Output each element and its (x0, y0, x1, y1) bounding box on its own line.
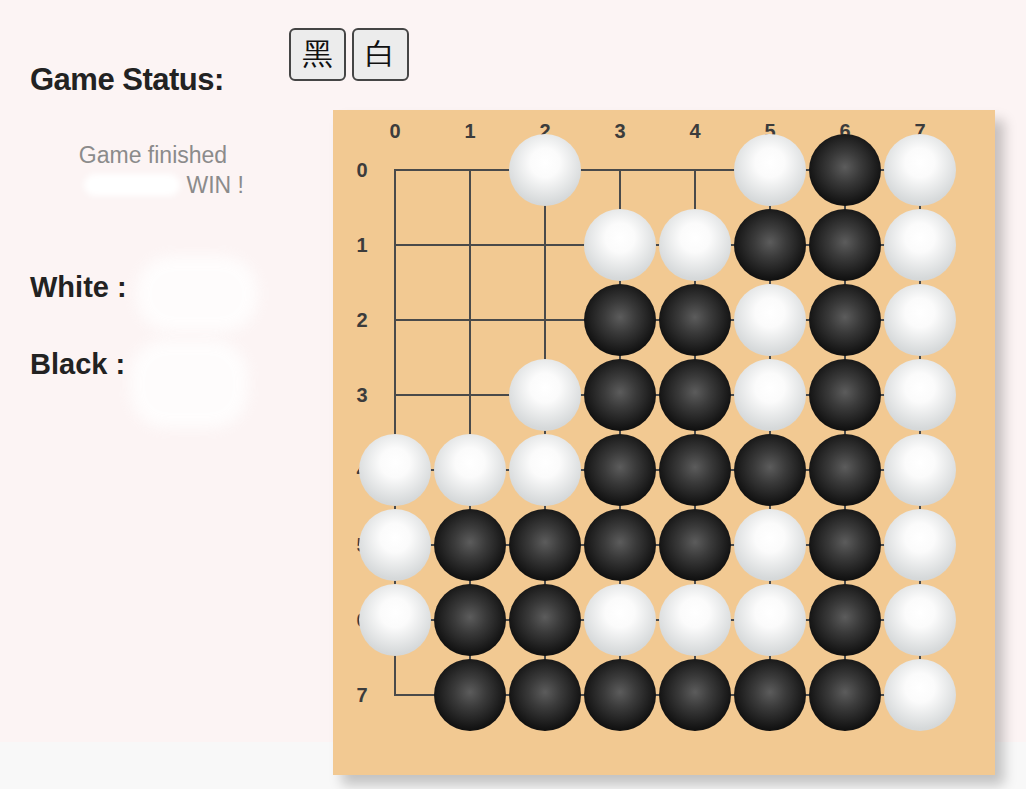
stone-white (509, 359, 581, 431)
board-cell (507, 132, 582, 207)
stone-white (884, 584, 956, 656)
board-point[interactable] (359, 134, 431, 206)
board-point[interactable] (584, 134, 656, 206)
stone-white (359, 584, 431, 656)
stone-white (884, 134, 956, 206)
stone-black (734, 659, 806, 731)
stone-white (734, 284, 806, 356)
board-point[interactable] (434, 209, 506, 281)
board-cell (807, 282, 882, 357)
board-cell (657, 507, 732, 582)
board-cell (582, 282, 657, 357)
stone-black (809, 659, 881, 731)
board-cell (732, 207, 807, 282)
hidden-winner-text-blob (84, 174, 180, 196)
board-cell (657, 432, 732, 507)
board-point[interactable] (359, 659, 431, 731)
board-cell (657, 207, 732, 282)
stone-black (584, 284, 656, 356)
stone-black (809, 359, 881, 431)
board-cell (582, 207, 657, 282)
stone-white (884, 434, 956, 506)
board-cell (357, 582, 432, 657)
board-cell (732, 282, 807, 357)
board-cell (432, 432, 507, 507)
stones-grid (357, 132, 957, 732)
board-cell (507, 282, 582, 357)
board-cell (582, 432, 657, 507)
board-cell (732, 657, 807, 732)
stone-white (734, 584, 806, 656)
stone-white (509, 134, 581, 206)
board-cell (807, 357, 882, 432)
board-cell (807, 507, 882, 582)
stone-black (659, 659, 731, 731)
white-stone-button[interactable]: 白 (352, 28, 409, 81)
status-message-line1: Game finished (62, 140, 244, 170)
board-cell (882, 657, 957, 732)
board-cell (432, 507, 507, 582)
board-cell (657, 357, 732, 432)
stone-white (884, 659, 956, 731)
board-cell (807, 207, 882, 282)
board-cell (582, 507, 657, 582)
stone-black (734, 209, 806, 281)
stone-black (434, 584, 506, 656)
white-player-image (136, 256, 258, 332)
stone-white (359, 434, 431, 506)
board-cell (432, 132, 507, 207)
white-player-label: White : (30, 271, 127, 304)
stone-white (734, 509, 806, 581)
game-status-heading: Game Status: (30, 62, 224, 98)
board-point[interactable] (359, 209, 431, 281)
board-cell (507, 657, 582, 732)
board-cell (357, 282, 432, 357)
stone-white (734, 134, 806, 206)
board-cell (357, 207, 432, 282)
stone-black (809, 284, 881, 356)
board-cell (732, 432, 807, 507)
stone-white (659, 584, 731, 656)
board-point[interactable] (434, 359, 506, 431)
stone-black (434, 509, 506, 581)
board-cell (357, 132, 432, 207)
status-message-line2: WIN ! (62, 170, 244, 200)
board-cell (807, 582, 882, 657)
board-point[interactable] (434, 134, 506, 206)
black-player-image (130, 340, 248, 428)
board-cell (882, 582, 957, 657)
stone-black (809, 509, 881, 581)
board-cell (882, 132, 957, 207)
status-message: Game finished WIN ! (62, 140, 244, 200)
stone-black (809, 434, 881, 506)
stone-white (509, 434, 581, 506)
stone-black (509, 584, 581, 656)
board-cell (882, 432, 957, 507)
stone-black (734, 434, 806, 506)
stone-black (809, 134, 881, 206)
stone-black (584, 359, 656, 431)
stone-black (659, 359, 731, 431)
stone-white (884, 509, 956, 581)
board-cell (882, 357, 957, 432)
board-cell (657, 132, 732, 207)
board-cell (507, 432, 582, 507)
board-point[interactable] (509, 284, 581, 356)
stone-black (584, 509, 656, 581)
stone-black (509, 509, 581, 581)
board-cell (432, 657, 507, 732)
stone-white (584, 584, 656, 656)
board-cell (882, 507, 957, 582)
board-cell (357, 357, 432, 432)
board-cell (657, 282, 732, 357)
stone-white (584, 209, 656, 281)
stone-white (434, 434, 506, 506)
stone-black (509, 659, 581, 731)
board-cell (732, 507, 807, 582)
board-cell (432, 357, 507, 432)
black-player-label: Black : (30, 348, 125, 381)
stone-black (809, 209, 881, 281)
board-cell (432, 207, 507, 282)
stone-black (659, 509, 731, 581)
black-stone-button[interactable]: 黑 (289, 28, 346, 81)
board-cell (582, 582, 657, 657)
board-cell (882, 207, 957, 282)
stone-black (659, 434, 731, 506)
stone-white (884, 284, 956, 356)
stone-white (734, 359, 806, 431)
stone-black (584, 659, 656, 731)
stone-black (584, 434, 656, 506)
board-point[interactable] (659, 134, 731, 206)
board-cell (807, 432, 882, 507)
board-cell (732, 582, 807, 657)
board-cell (507, 207, 582, 282)
board-point[interactable] (359, 359, 431, 431)
stone-black (809, 584, 881, 656)
board-cell (357, 657, 432, 732)
win-text: WIN ! (187, 170, 245, 200)
board-point[interactable] (509, 209, 581, 281)
board-cell (432, 282, 507, 357)
board-cell (807, 657, 882, 732)
go-board: 0123456701234567 (333, 110, 995, 775)
stone-black (659, 284, 731, 356)
stone-white (884, 209, 956, 281)
board-point[interactable] (434, 284, 506, 356)
board-point[interactable] (359, 284, 431, 356)
board-cell (657, 657, 732, 732)
board-cell (507, 507, 582, 582)
board-cell (882, 282, 957, 357)
board-cell (582, 357, 657, 432)
stone-black (434, 659, 506, 731)
board-cell (582, 657, 657, 732)
board-cell (657, 582, 732, 657)
board-cell (582, 132, 657, 207)
board-cell (732, 132, 807, 207)
board-cell (507, 357, 582, 432)
stone-white (659, 209, 731, 281)
stone-white (884, 359, 956, 431)
board-cell (357, 432, 432, 507)
stone-white (359, 509, 431, 581)
board-cell (432, 582, 507, 657)
board-cell (732, 357, 807, 432)
board-cell (507, 582, 582, 657)
board-cell (357, 507, 432, 582)
board-cell (807, 132, 882, 207)
